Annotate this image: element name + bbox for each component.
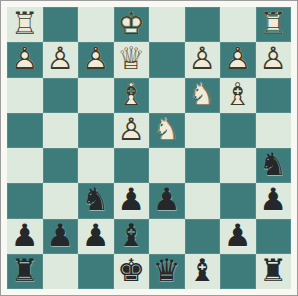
white-pawn-piece: ♟♙	[114, 113, 150, 148]
white-pawn-piece: ♟♙	[78, 42, 114, 77]
square-a7[interactable]	[256, 219, 292, 254]
square-b8[interactable]	[220, 254, 256, 289]
square-h6[interactable]	[7, 183, 43, 218]
square-a5[interactable]: ♞	[256, 148, 292, 183]
square-c7[interactable]	[185, 219, 221, 254]
square-d1[interactable]	[149, 7, 185, 42]
square-f8[interactable]	[78, 254, 114, 289]
square-d4[interactable]: ♞♘	[149, 113, 185, 148]
square-a4[interactable]	[256, 113, 292, 148]
square-g8[interactable]	[43, 254, 79, 289]
square-h7[interactable]: ♟	[7, 219, 43, 254]
chess-diagram: ♜♖♚♔♜♖♟♙♟♙♟♙♛♕♟♙♟♙♟♙♝♗♞♘♝♗♟♙♞♘♞♞♟♟♟♟♟♟♝♟…	[0, 0, 298, 296]
square-c5[interactable]	[185, 148, 221, 183]
square-b6[interactable]	[220, 183, 256, 218]
square-d6[interactable]: ♟	[149, 183, 185, 218]
square-e3[interactable]: ♝♗	[114, 78, 150, 113]
white-pawn-piece: ♟♙	[256, 42, 292, 77]
square-a8[interactable]: ♜	[256, 254, 292, 289]
square-d7[interactable]	[149, 219, 185, 254]
white-pawn-piece: ♟♙	[43, 42, 79, 77]
black-king-piece: ♚	[114, 254, 150, 289]
square-e5[interactable]	[114, 148, 150, 183]
square-f3[interactable]	[78, 78, 114, 113]
square-a2[interactable]: ♟♙	[256, 42, 292, 77]
square-d5[interactable]	[149, 148, 185, 183]
square-a6[interactable]: ♟	[256, 183, 292, 218]
square-b4[interactable]	[220, 113, 256, 148]
white-pawn-piece: ♟♙	[185, 42, 221, 77]
white-king-piece: ♚♔	[114, 7, 150, 42]
square-b1[interactable]	[220, 7, 256, 42]
square-d8[interactable]: ♛	[149, 254, 185, 289]
square-h1[interactable]: ♜♖	[7, 7, 43, 42]
square-e6[interactable]: ♟	[114, 183, 150, 218]
black-pawn-piece: ♟	[220, 219, 256, 254]
white-knight-piece: ♞♘	[149, 113, 185, 148]
black-pawn-piece: ♟	[43, 219, 79, 254]
square-h2[interactable]: ♟♙	[7, 42, 43, 77]
white-bishop-piece: ♝♗	[114, 78, 150, 113]
square-g1[interactable]	[43, 7, 79, 42]
square-g7[interactable]: ♟	[43, 219, 79, 254]
square-b7[interactable]: ♟	[220, 219, 256, 254]
white-rook-piece: ♜♖	[256, 7, 292, 42]
square-e4[interactable]: ♟♙	[114, 113, 150, 148]
square-g4[interactable]	[43, 113, 79, 148]
square-e1[interactable]: ♚♔	[114, 7, 150, 42]
square-b2[interactable]: ♟♙	[220, 42, 256, 77]
chess-board: ♜♖♚♔♜♖♟♙♟♙♟♙♛♕♟♙♟♙♟♙♝♗♞♘♝♗♟♙♞♘♞♞♟♟♟♟♟♟♝♟…	[7, 7, 291, 289]
square-c2[interactable]: ♟♙	[185, 42, 221, 77]
white-queen-piece: ♛♕	[114, 42, 150, 77]
black-pawn-piece: ♟	[7, 219, 43, 254]
white-pawn-piece: ♟♙	[220, 42, 256, 77]
square-c1[interactable]	[185, 7, 221, 42]
black-bishop-piece: ♝	[114, 219, 150, 254]
square-b5[interactable]	[220, 148, 256, 183]
square-c6[interactable]	[185, 183, 221, 218]
square-a1[interactable]: ♜♖	[256, 7, 292, 42]
square-e8[interactable]: ♚	[114, 254, 150, 289]
white-rook-piece: ♜♖	[7, 7, 43, 42]
square-e2[interactable]: ♛♕	[114, 42, 150, 77]
board-frame: ♜♖♚♔♜♖♟♙♟♙♟♙♛♕♟♙♟♙♟♙♝♗♞♘♝♗♟♙♞♘♞♞♟♟♟♟♟♟♝♟…	[0, 0, 298, 296]
black-queen-piece: ♛	[149, 254, 185, 289]
square-d3[interactable]	[149, 78, 185, 113]
square-e7[interactable]: ♝	[114, 219, 150, 254]
square-f1[interactable]	[78, 7, 114, 42]
square-f7[interactable]: ♟	[78, 219, 114, 254]
black-knight-piece: ♞	[256, 148, 292, 183]
square-f2[interactable]: ♟♙	[78, 42, 114, 77]
square-d2[interactable]	[149, 42, 185, 77]
black-rook-piece: ♜	[256, 254, 292, 289]
black-knight-piece: ♞	[78, 183, 114, 218]
square-h3[interactable]	[7, 78, 43, 113]
square-h4[interactable]	[7, 113, 43, 148]
square-g6[interactable]	[43, 183, 79, 218]
square-h8[interactable]: ♜	[7, 254, 43, 289]
black-rook-piece: ♜	[7, 254, 43, 289]
square-g3[interactable]	[43, 78, 79, 113]
square-b3[interactable]: ♝♗	[220, 78, 256, 113]
square-g5[interactable]	[43, 148, 79, 183]
square-f5[interactable]	[78, 148, 114, 183]
black-pawn-piece: ♟	[78, 219, 114, 254]
square-g2[interactable]: ♟♙	[43, 42, 79, 77]
square-h5[interactable]	[7, 148, 43, 183]
square-c4[interactable]	[185, 113, 221, 148]
white-pawn-piece: ♟♙	[7, 42, 43, 77]
square-c8[interactable]: ♝	[185, 254, 221, 289]
square-a3[interactable]	[256, 78, 292, 113]
square-c3[interactable]: ♞♘	[185, 78, 221, 113]
white-knight-piece: ♞♘	[185, 78, 221, 113]
black-pawn-piece: ♟	[149, 183, 185, 218]
square-f4[interactable]	[78, 113, 114, 148]
black-pawn-piece: ♟	[256, 183, 292, 218]
black-bishop-piece: ♝	[185, 254, 221, 289]
black-pawn-piece: ♟	[114, 183, 150, 218]
white-bishop-piece: ♝♗	[220, 78, 256, 113]
square-f6[interactable]: ♞	[78, 183, 114, 218]
